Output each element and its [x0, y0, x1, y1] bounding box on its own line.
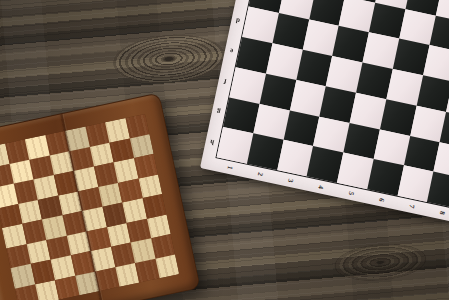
photo-canvas: abcdefgh abcdefgh 12345678 12345678 — [0, 0, 449, 300]
square-light — [75, 271, 99, 295]
square-dark — [53, 171, 77, 195]
square-dark — [86, 227, 110, 251]
square-dark — [134, 154, 158, 178]
square-dark — [118, 178, 142, 202]
wooden-chessboard-squares — [0, 114, 179, 300]
square-light — [25, 135, 49, 159]
square-light — [65, 127, 89, 151]
square-dark — [102, 202, 126, 226]
square-light — [131, 238, 155, 262]
square-light — [155, 254, 179, 278]
vinyl-chessboard-squares — [215, 0, 449, 210]
wood-knot — [333, 240, 428, 284]
square-dark — [30, 260, 54, 284]
wood-knot — [111, 30, 227, 88]
square-dark — [0, 204, 22, 228]
square-dark — [142, 194, 166, 218]
square-light — [9, 159, 33, 183]
square-light — [42, 215, 66, 239]
